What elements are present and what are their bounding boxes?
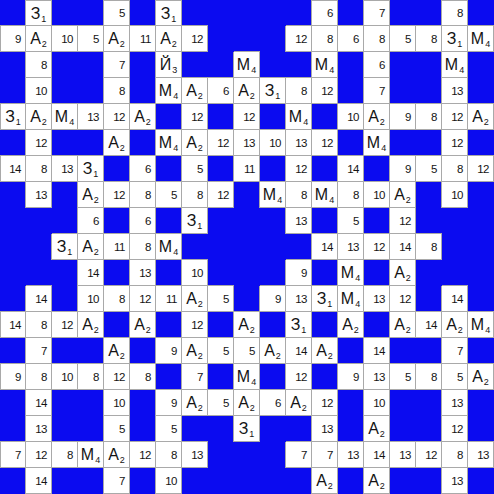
- cell-r6c5[interactable]: 6: [130, 156, 156, 182]
- cell-r2c4[interactable]: 7: [104, 52, 130, 78]
- cell-r3c17[interactable]: 13: [442, 78, 468, 104]
- cell-r1c12[interactable]: 8: [312, 26, 338, 52]
- cell-r18c1[interactable]: 14: [26, 468, 52, 494]
- block-r5c2: [52, 130, 78, 156]
- block-r4c10: [260, 104, 286, 130]
- cell-r15c14[interactable]: 10: [364, 390, 390, 416]
- block-r18c7: [182, 468, 208, 494]
- cell-r12c3[interactable]: А2: [78, 312, 104, 338]
- cell-r2c14[interactable]: 6: [364, 52, 390, 78]
- cell-r3c14[interactable]: 7: [364, 78, 390, 104]
- cell-r17c1[interactable]: 12: [26, 442, 52, 468]
- cell-r18c12[interactable]: А2: [312, 468, 338, 494]
- letter-code-subscript: 2: [354, 326, 359, 335]
- cell-r10c15[interactable]: А2: [390, 260, 416, 286]
- block-r3c15: [390, 78, 416, 104]
- code-number: 12: [295, 162, 311, 176]
- cell-r4c13[interactable]: 10: [338, 104, 364, 130]
- block-r5c18: [468, 130, 494, 156]
- cell-r5c8[interactable]: 12: [208, 130, 234, 156]
- code-number: 14: [35, 292, 51, 306]
- given-letter: З: [5, 108, 15, 125]
- cell-r15c8[interactable]: 5: [208, 390, 234, 416]
- cell-r9c2[interactable]: З1: [52, 234, 78, 260]
- cell-r6c16[interactable]: 5: [416, 156, 442, 182]
- cell-r15c11[interactable]: А2: [286, 390, 312, 416]
- cell-r7c14[interactable]: 10: [364, 182, 390, 208]
- cell-r14c3[interactable]: 8: [78, 364, 104, 390]
- cell-r3c10[interactable]: З1: [260, 78, 286, 104]
- cell-r11c5[interactable]: 12: [130, 286, 156, 312]
- cell-r7c12[interactable]: М4: [312, 182, 338, 208]
- cell-r5c6[interactable]: М4: [156, 130, 182, 156]
- block-r6c8: [208, 156, 234, 182]
- cell-r13c6[interactable]: 9: [156, 338, 182, 364]
- cell-r9c6[interactable]: М4: [156, 234, 182, 260]
- cell-r12c1[interactable]: 8: [26, 312, 52, 338]
- cell-r14c2[interactable]: 10: [52, 364, 78, 390]
- cell-r1c15[interactable]: 5: [390, 26, 416, 52]
- cell-r17c3[interactable]: М4: [78, 442, 104, 468]
- cell-r9c3[interactable]: А2: [78, 234, 104, 260]
- letter-code-subscript: 2: [484, 378, 489, 387]
- given-letter: А: [316, 472, 327, 489]
- block-r12c14: [364, 312, 390, 338]
- cell-r14c0[interactable]: 9: [0, 364, 26, 390]
- cell-r4c3[interactable]: 13: [78, 104, 104, 130]
- cell-r5c4[interactable]: А2: [104, 130, 130, 156]
- cell-r5c12[interactable]: 12: [312, 130, 338, 156]
- cell-r16c4[interactable]: 5: [104, 416, 130, 442]
- letter-code-subscript: 2: [94, 196, 99, 205]
- cell-r7c11[interactable]: 8: [286, 182, 312, 208]
- cell-r5c17[interactable]: 12: [442, 130, 468, 156]
- code-number: 14: [35, 474, 51, 488]
- code-number: 13: [347, 448, 363, 462]
- code-number: 13: [451, 84, 467, 98]
- cell-r15c12[interactable]: 12: [312, 390, 338, 416]
- cell-r4c11[interactable]: М4: [286, 104, 312, 130]
- cell-r9c4[interactable]: 11: [104, 234, 130, 260]
- cell-r15c7[interactable]: А2: [182, 390, 208, 416]
- cell-r3c9[interactable]: А2: [234, 78, 260, 104]
- cell-r1c1[interactable]: А2: [26, 26, 52, 52]
- cell-r11c6[interactable]: 11: [156, 286, 182, 312]
- cell-r11c14[interactable]: 13: [364, 286, 390, 312]
- cell-r11c7[interactable]: А2: [182, 286, 208, 312]
- cell-r1c5[interactable]: 11: [130, 26, 156, 52]
- cell-r8c13[interactable]: 5: [338, 208, 364, 234]
- block-r10c8: [208, 260, 234, 286]
- given-letter: М: [471, 316, 484, 333]
- cell-r12c7[interactable]: 12: [182, 312, 208, 338]
- cell-r7c1[interactable]: 13: [26, 182, 52, 208]
- code-number: 6: [327, 6, 337, 20]
- cell-r2c6[interactable]: Й3: [156, 52, 182, 78]
- cell-r16c14[interactable]: А2: [364, 416, 390, 442]
- cell-r17c6[interactable]: 8: [156, 442, 182, 468]
- cell-r9c14[interactable]: 12: [364, 234, 390, 260]
- cell-r9c13[interactable]: 13: [338, 234, 364, 260]
- cell-r8c3[interactable]: 6: [78, 208, 104, 234]
- block-r10c10: [260, 260, 286, 286]
- block-r2c18: [468, 52, 494, 78]
- cell-r13c8[interactable]: 5: [208, 338, 234, 364]
- cell-r7c7[interactable]: 8: [182, 182, 208, 208]
- block-r2c2: [52, 52, 78, 78]
- cell-r13c10[interactable]: А2: [260, 338, 286, 364]
- cell-r3c6[interactable]: М4: [156, 78, 182, 104]
- block-r2c11: [286, 52, 312, 78]
- code-number: 8: [431, 32, 441, 46]
- given-letter: А: [82, 316, 93, 333]
- cell-r17c2[interactable]: 8: [52, 442, 78, 468]
- cell-r3c1[interactable]: 10: [26, 78, 52, 104]
- code-number: 10: [113, 396, 129, 410]
- cell-r0c14[interactable]: 7: [364, 0, 390, 26]
- cell-r9c12[interactable]: 14: [312, 234, 338, 260]
- cell-r15c4[interactable]: 10: [104, 390, 130, 416]
- block-r15c13: [338, 390, 364, 416]
- letter-code-subscript: 2: [94, 326, 99, 335]
- letter-code-subscript: 4: [95, 456, 100, 465]
- code-number: 10: [87, 292, 103, 306]
- cell-r6c11[interactable]: 12: [286, 156, 312, 182]
- block-r13c0: [0, 338, 26, 364]
- cell-r13c12[interactable]: А2: [312, 338, 338, 364]
- cell-r9c15[interactable]: 14: [390, 234, 416, 260]
- cell-r13c14[interactable]: 14: [364, 338, 390, 364]
- block-r10c0: [0, 260, 26, 286]
- cell-r10c3[interactable]: 14: [78, 260, 104, 286]
- cell-r7c13[interactable]: 8: [338, 182, 364, 208]
- block-r2c15: [390, 52, 416, 78]
- cell-r11c12[interactable]: З1: [312, 286, 338, 312]
- code-number: 13: [451, 474, 467, 488]
- code-number: 10: [165, 474, 181, 488]
- cell-r17c7[interactable]: 13: [182, 442, 208, 468]
- cell-r14c11[interactable]: 12: [286, 364, 312, 390]
- block-r9c10: [260, 234, 286, 260]
- cell-r13c17[interactable]: 7: [442, 338, 468, 364]
- code-number: 13: [61, 162, 77, 176]
- cell-r7c4[interactable]: 12: [104, 182, 130, 208]
- cell-r8c7[interactable]: З1: [182, 208, 208, 234]
- block-r9c0: [0, 234, 26, 260]
- cell-r3c7[interactable]: А2: [182, 78, 208, 104]
- cell-r4c17[interactable]: 12: [442, 104, 468, 130]
- letter-code-subscript: 2: [380, 430, 385, 439]
- cell-r1c4[interactable]: А2: [104, 26, 130, 52]
- code-number: 7: [379, 6, 389, 20]
- cell-r1c3[interactable]: 5: [78, 26, 104, 52]
- cell-r16c6[interactable]: 5: [156, 416, 182, 442]
- code-number: 12: [399, 292, 415, 306]
- cell-r12c11[interactable]: З1: [286, 312, 312, 338]
- cell-r2c17[interactable]: М4: [442, 52, 468, 78]
- cell-r17c5[interactable]: 12: [130, 442, 156, 468]
- cell-r11c13[interactable]: М4: [338, 286, 364, 312]
- cell-r2c12[interactable]: М4: [312, 52, 338, 78]
- cell-r0c4[interactable]: 5: [104, 0, 130, 26]
- cell-r4c4[interactable]: 12: [104, 104, 130, 130]
- cell-r4c5[interactable]: А2: [130, 104, 156, 130]
- given-letter: А: [30, 30, 41, 47]
- cell-r5c14[interactable]: М4: [364, 130, 390, 156]
- cell-r8c5[interactable]: 6: [130, 208, 156, 234]
- cell-r16c17[interactable]: 12: [442, 416, 468, 442]
- cell-r4c18[interactable]: А2: [468, 104, 494, 130]
- cell-r18c14[interactable]: А2: [364, 468, 390, 494]
- cell-r16c12[interactable]: 13: [312, 416, 338, 442]
- cell-r7c5[interactable]: 8: [130, 182, 156, 208]
- cell-r14c13[interactable]: 9: [338, 364, 364, 390]
- code-number: 8: [93, 370, 103, 384]
- cell-r5c9[interactable]: 13: [234, 130, 260, 156]
- cell-r6c17[interactable]: 8: [442, 156, 468, 182]
- cell-r1c7[interactable]: 12: [182, 26, 208, 52]
- code-number: 13: [35, 422, 51, 436]
- cell-r14c18[interactable]: А2: [468, 364, 494, 390]
- cell-r5c7[interactable]: А2: [182, 130, 208, 156]
- cell-r13c9[interactable]: 5: [234, 338, 260, 364]
- cell-r6c0[interactable]: 14: [0, 156, 26, 182]
- code-number: 8: [379, 32, 389, 46]
- code-number: 5: [171, 422, 181, 436]
- cell-r0c12[interactable]: 6: [312, 0, 338, 26]
- code-number: 12: [61, 318, 77, 332]
- cell-r4c16[interactable]: 8: [416, 104, 442, 130]
- code-number: 11: [166, 292, 181, 306]
- cell-r17c15[interactable]: 13: [390, 442, 416, 468]
- cell-r0c1[interactable]: З1: [26, 0, 52, 26]
- cell-r11c15[interactable]: 12: [390, 286, 416, 312]
- cell-r1c11[interactable]: 12: [286, 26, 312, 52]
- cell-r6c18[interactable]: 12: [468, 156, 494, 182]
- block-r16c18: [468, 416, 494, 442]
- cell-r17c18[interactable]: 13: [468, 442, 494, 468]
- cell-r6c3[interactable]: З1: [78, 156, 104, 182]
- cell-r16c1[interactable]: 13: [26, 416, 52, 442]
- cell-r1c6[interactable]: А2: [156, 26, 182, 52]
- cell-r11c8[interactable]: 5: [208, 286, 234, 312]
- cell-r8c11[interactable]: 13: [286, 208, 312, 234]
- cell-r6c9[interactable]: 11: [234, 156, 260, 182]
- letter-code-subscript: 4: [485, 40, 490, 49]
- code-number: 13: [295, 136, 311, 150]
- code-number: 8: [41, 370, 51, 384]
- cell-r3c4[interactable]: 8: [104, 78, 130, 104]
- block-r2c10: [260, 52, 286, 78]
- cell-r4c1[interactable]: А2: [26, 104, 52, 130]
- cell-r12c0[interactable]: 14: [0, 312, 26, 338]
- cell-r1c0[interactable]: 9: [0, 26, 26, 52]
- code-number: 8: [119, 292, 129, 306]
- cell-r11c10[interactable]: 9: [260, 286, 286, 312]
- cell-r17c14[interactable]: 14: [364, 442, 390, 468]
- cell-r12c2[interactable]: 12: [52, 312, 78, 338]
- block-r14c6: [156, 364, 182, 390]
- letter-code-subscript: 1: [275, 92, 280, 101]
- block-r2c3: [78, 52, 104, 78]
- cell-r17c16[interactable]: 12: [416, 442, 442, 468]
- cell-r3c11[interactable]: 8: [286, 78, 312, 104]
- cell-r2c1[interactable]: 8: [26, 52, 52, 78]
- letter-code-subscript: 2: [42, 40, 47, 49]
- cell-r10c7[interactable]: 10: [182, 260, 208, 286]
- cell-r14c5[interactable]: 8: [130, 364, 156, 390]
- given-letter: М: [159, 82, 172, 99]
- cell-r12c15[interactable]: А2: [390, 312, 416, 338]
- cell-r10c11[interactable]: 9: [286, 260, 312, 286]
- code-number: 13: [35, 188, 51, 202]
- given-letter: М: [237, 368, 250, 385]
- block-r17c10: [260, 442, 286, 468]
- code-number: 5: [457, 370, 467, 384]
- block-r0c3: [78, 0, 104, 26]
- block-r1c9: [234, 26, 260, 52]
- cell-r13c7[interactable]: А2: [182, 338, 208, 364]
- cell-r3c8[interactable]: 6: [208, 78, 234, 104]
- cell-r0c6[interactable]: З1: [156, 0, 182, 26]
- cell-r11c1[interactable]: 14: [26, 286, 52, 312]
- code-number: 14: [425, 318, 441, 332]
- cell-r14c17[interactable]: 5: [442, 364, 468, 390]
- cell-r11c11[interactable]: 13: [286, 286, 312, 312]
- letter-code-subscript: 2: [198, 144, 203, 153]
- cell-r1c2[interactable]: 10: [52, 26, 78, 52]
- cell-r12c9[interactable]: А2: [234, 312, 260, 338]
- cell-r6c1[interactable]: 8: [26, 156, 52, 182]
- cell-r13c11[interactable]: 14: [286, 338, 312, 364]
- given-letter: А: [368, 108, 379, 125]
- block-r13c15: [390, 338, 416, 364]
- cell-r1c16[interactable]: 8: [416, 26, 442, 52]
- cell-r7c17[interactable]: 10: [442, 182, 468, 208]
- cell-r4c7[interactable]: 12: [182, 104, 208, 130]
- block-r0c13: [338, 0, 364, 26]
- block-r0c15: [390, 0, 416, 26]
- cell-r4c9[interactable]: 12: [234, 104, 260, 130]
- cell-r15c1[interactable]: 14: [26, 390, 52, 416]
- cell-r17c17[interactable]: 8: [442, 442, 468, 468]
- cell-r4c2[interactable]: М4: [52, 104, 78, 130]
- cell-r17c11[interactable]: 7: [286, 442, 312, 468]
- cell-r12c18[interactable]: М4: [468, 312, 494, 338]
- cell-r10c13[interactable]: М4: [338, 260, 364, 286]
- cell-r14c14[interactable]: 13: [364, 364, 390, 390]
- cell-r16c9[interactable]: З1: [234, 416, 260, 442]
- cell-r14c1[interactable]: 8: [26, 364, 52, 390]
- cell-r7c6[interactable]: 5: [156, 182, 182, 208]
- cell-r9c5[interactable]: 8: [130, 234, 156, 260]
- cell-r6c2[interactable]: 13: [52, 156, 78, 182]
- block-r12c4: [104, 312, 130, 338]
- block-r18c9: [234, 468, 260, 494]
- cell-r11c4[interactable]: 8: [104, 286, 130, 312]
- cell-r4c15[interactable]: 9: [390, 104, 416, 130]
- code-number: 9: [171, 396, 181, 410]
- cell-r7c8[interactable]: 12: [208, 182, 234, 208]
- cell-r18c4[interactable]: 7: [104, 468, 130, 494]
- cell-r12c16[interactable]: 14: [416, 312, 442, 338]
- cell-r4c0[interactable]: З1: [0, 104, 26, 130]
- cell-r3c12[interactable]: 12: [312, 78, 338, 104]
- block-r9c1: [26, 234, 52, 260]
- cell-r15c9[interactable]: А2: [234, 390, 260, 416]
- cell-r17c4[interactable]: А2: [104, 442, 130, 468]
- cell-r9c16[interactable]: 8: [416, 234, 442, 260]
- cell-r14c7[interactable]: 7: [182, 364, 208, 390]
- block-r10c1: [26, 260, 52, 286]
- cell-r7c10[interactable]: М4: [260, 182, 286, 208]
- cell-r15c10[interactable]: 6: [260, 390, 286, 416]
- cell-r10c5[interactable]: 13: [130, 260, 156, 286]
- block-r10c12: [312, 260, 338, 286]
- cell-r6c13[interactable]: 14: [338, 156, 364, 182]
- cell-r11c3[interactable]: 10: [78, 286, 104, 312]
- cell-r1c13[interactable]: 6: [338, 26, 364, 52]
- code-number: 13: [139, 266, 155, 280]
- cell-r14c4[interactable]: 12: [104, 364, 130, 390]
- code-number: 5: [119, 6, 129, 20]
- cell-r7c15[interactable]: А2: [390, 182, 416, 208]
- cell-r12c17[interactable]: А2: [442, 312, 468, 338]
- code-number: 6: [145, 214, 155, 228]
- cell-r1c18[interactable]: М4: [468, 26, 494, 52]
- cell-r17c13[interactable]: 13: [338, 442, 364, 468]
- cell-r12c5[interactable]: А2: [130, 312, 156, 338]
- cell-r5c10[interactable]: 10: [260, 130, 286, 156]
- cell-r18c6[interactable]: 10: [156, 468, 182, 494]
- cell-r0c17[interactable]: 8: [442, 0, 468, 26]
- given-letter: А: [82, 186, 93, 203]
- cell-r5c11[interactable]: 13: [286, 130, 312, 156]
- cell-r1c17[interactable]: З1: [442, 26, 468, 52]
- cell-r13c1[interactable]: 7: [26, 338, 52, 364]
- block-r3c18: [468, 78, 494, 104]
- given-letter: А: [316, 342, 327, 359]
- cell-r4c14[interactable]: А2: [364, 104, 390, 130]
- cell-r17c0[interactable]: 7: [0, 442, 26, 468]
- cell-r14c16[interactable]: 8: [416, 364, 442, 390]
- cell-r15c17[interactable]: 13: [442, 390, 468, 416]
- given-letter: А: [394, 316, 405, 333]
- cell-r8c15[interactable]: 12: [390, 208, 416, 234]
- code-number: 7: [119, 58, 129, 72]
- cell-r6c7[interactable]: 5: [182, 156, 208, 182]
- cell-r13c4[interactable]: А2: [104, 338, 130, 364]
- code-number: 7: [15, 448, 25, 462]
- cell-r1c14[interactable]: 8: [364, 26, 390, 52]
- letter-code-subscript: 4: [69, 118, 74, 127]
- code-number: 13: [191, 448, 207, 462]
- cell-r7c3[interactable]: А2: [78, 182, 104, 208]
- cell-r15c6[interactable]: 9: [156, 390, 182, 416]
- cell-r12c13[interactable]: А2: [338, 312, 364, 338]
- cell-r14c15[interactable]: 5: [390, 364, 416, 390]
- cell-r6c15[interactable]: 9: [390, 156, 416, 182]
- cell-r17c12[interactable]: 7: [312, 442, 338, 468]
- cell-r2c9[interactable]: М4: [234, 52, 260, 78]
- cell-r5c1[interactable]: 12: [26, 130, 52, 156]
- cell-r11c17[interactable]: 14: [442, 286, 468, 312]
- given-letter: М: [315, 56, 328, 73]
- given-letter: З: [447, 30, 457, 47]
- cell-r14c9[interactable]: М4: [234, 364, 260, 390]
- cell-r18c17[interactable]: 13: [442, 468, 468, 494]
- letter-code-subscript: 2: [276, 352, 281, 361]
